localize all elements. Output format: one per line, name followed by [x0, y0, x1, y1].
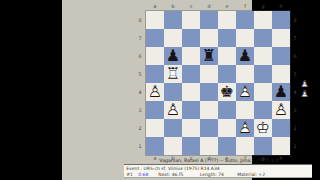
square-f3 — [236, 101, 254, 119]
square-d2 — [200, 119, 218, 137]
coordinate-label: h — [274, 3, 288, 9]
piece-glyph-outline: ♙ — [236, 83, 254, 101]
square-c3 — [182, 101, 200, 119]
white-pawn: ♟♙ — [272, 101, 290, 119]
white-king: ♚♔ — [254, 119, 272, 137]
square-a3 — [146, 101, 164, 119]
square-b6: ♟ — [164, 47, 182, 65]
square-h3: ♟♙ — [272, 101, 290, 119]
rank-labels-left: 87654321 — [136, 11, 144, 155]
square-d7 — [200, 29, 218, 47]
black-pawn: ♟ — [272, 83, 290, 101]
stats-line: #1 0.68 Next: 46.f5 Length: 74 Material:… — [124, 172, 265, 177]
square-g1 — [254, 137, 272, 155]
square-g6 — [254, 47, 272, 65]
black-pawn: ♟ — [236, 47, 254, 65]
white-pawn: ♟♙ — [164, 101, 182, 119]
piece-glyph-outline: ♖ — [164, 65, 182, 83]
coordinate-label: 7 — [292, 31, 298, 45]
white-pawn: ♟♙ — [236, 83, 254, 101]
square-d4 — [200, 83, 218, 101]
square-b1 — [164, 137, 182, 155]
coordinate-label: 8 — [292, 13, 298, 27]
piece-glyph-outline: ♙ — [272, 101, 290, 119]
square-f8 — [236, 11, 254, 29]
square-e3 — [218, 101, 236, 119]
event-line: Event : URS-ch sf, Vilnius (1975) R14 A3… — [124, 166, 265, 171]
coordinate-label: 6 — [137, 49, 143, 63]
white-rook: ♜♖ — [164, 65, 182, 83]
coordinate-label: 7 — [137, 31, 143, 45]
piece-glyph: ♚ — [218, 83, 236, 101]
piece-glyph: ♜ — [200, 47, 218, 65]
black-rook: ♜ — [200, 47, 218, 65]
coordinate-label: g — [256, 3, 270, 9]
square-e6 — [218, 47, 236, 65]
board-frame: abcdefgh 87654321 ♟♜♟♜♖♟♙♚♟♙♟♟♙♟♙♟♙♚♔ 87… — [62, 0, 252, 180]
piece-glyph: ♟ — [164, 47, 182, 65]
square-e7 — [218, 29, 236, 47]
square-b3: ♟♙ — [164, 101, 182, 119]
square-c5 — [182, 65, 200, 83]
game-info-panel: Event : URS-ch sf, Vilnius (1975) R14 A3… — [124, 164, 312, 178]
square-f5 — [236, 65, 254, 83]
coordinate-label: 5 — [292, 67, 298, 81]
square-d5 — [200, 65, 218, 83]
square-g2: ♚♔ — [254, 119, 272, 137]
square-a1 — [146, 137, 164, 155]
square-c6 — [182, 47, 200, 65]
square-a7 — [146, 29, 164, 47]
square-e1 — [218, 137, 236, 155]
stat-eval: 0.68 — [138, 172, 158, 177]
piece-glyph-outline: ♔ — [254, 119, 272, 137]
square-a5 — [146, 65, 164, 83]
square-h7 — [272, 29, 290, 47]
stat-length: Length: 74 — [200, 172, 237, 177]
chess-board: ♟♜♟♜♖♟♙♚♟♙♟♟♙♟♙♟♙♚♔ — [146, 11, 290, 155]
square-h2 — [272, 119, 290, 137]
square-b2 — [164, 119, 182, 137]
stat-material: Material: +2 — [237, 172, 265, 177]
coordinate-label: 6 — [292, 49, 298, 63]
square-f4: ♟♙ — [236, 83, 254, 101]
square-g5 — [254, 65, 272, 83]
square-f6: ♟ — [236, 47, 254, 65]
square-a8 — [146, 11, 164, 29]
coordinate-label: e — [220, 3, 234, 9]
white-pawn: ♟♙ — [146, 83, 164, 101]
coordinate-label: 1 — [292, 139, 298, 153]
coordinate-label: 4 — [292, 85, 298, 99]
file-labels-top: abcdefgh — [146, 2, 290, 10]
square-f2: ♟♙ — [236, 119, 254, 137]
square-c8 — [182, 11, 200, 29]
coordinate-label: a — [148, 3, 162, 9]
stat-next-move: Next: 46.f5 — [158, 172, 199, 177]
black-pawn: ♟ — [164, 47, 182, 65]
square-d3 — [200, 101, 218, 119]
square-h5 — [272, 65, 290, 83]
piece-glyph: ♟ — [272, 83, 290, 101]
coordinate-label: 4 — [137, 85, 143, 99]
square-b4 — [164, 83, 182, 101]
coordinate-label: d — [202, 3, 216, 9]
square-g4 — [254, 83, 272, 101]
square-c1 — [182, 137, 200, 155]
coordinate-label: 2 — [292, 121, 298, 135]
coordinate-label: 1 — [137, 139, 143, 153]
square-a4: ♟♙ — [146, 83, 164, 101]
coordinate-label: c — [184, 3, 198, 9]
coordinate-label: 2 — [137, 121, 143, 135]
square-g3 — [254, 101, 272, 119]
piece-glyph-outline: ♙ — [299, 79, 310, 89]
square-g7 — [254, 29, 272, 47]
piece-glyph-outline: ♙ — [299, 89, 310, 99]
square-d1 — [200, 137, 218, 155]
square-e5 — [218, 65, 236, 83]
coordinate-label: 3 — [292, 103, 298, 117]
square-e8 — [218, 11, 236, 29]
coordinate-label: 8 — [137, 13, 143, 27]
square-h6 — [272, 47, 290, 65]
coordinate-label: f — [238, 3, 252, 9]
piece-glyph-outline: ♙ — [146, 83, 164, 101]
coordinate-label: 3 — [137, 103, 143, 117]
black-king: ♚ — [218, 83, 236, 101]
rank-labels-right: 87654321 — [291, 11, 299, 155]
square-b5: ♜♖ — [164, 65, 182, 83]
game-title: Vaganian, Rafael A (????) -- Sutto, Jona… — [145, 157, 293, 162]
square-h4: ♟ — [272, 83, 290, 101]
square-b7 — [164, 29, 182, 47]
white-pawn: ♟♙ — [236, 119, 254, 137]
square-f1 — [236, 137, 254, 155]
square-h1 — [272, 137, 290, 155]
square-e4: ♚ — [218, 83, 236, 101]
square-f7 — [236, 29, 254, 47]
square-e2 — [218, 119, 236, 137]
material-indicator: ♟♙♟♙ — [299, 79, 310, 99]
coordinate-label: 5 — [137, 67, 143, 81]
stat-rank: #1 — [126, 172, 138, 177]
square-c4 — [182, 83, 200, 101]
piece-glyph-outline: ♙ — [164, 101, 182, 119]
piece-glyph: ♟ — [236, 47, 254, 65]
white-pawn-icon: ♟♙ — [299, 89, 310, 99]
square-c7 — [182, 29, 200, 47]
white-pawn-icon: ♟♙ — [299, 79, 310, 89]
coordinate-label: b — [166, 3, 180, 9]
square-g8 — [254, 11, 272, 29]
square-h8 — [272, 11, 290, 29]
square-c2 — [182, 119, 200, 137]
square-d8 — [200, 11, 218, 29]
piece-glyph-outline: ♙ — [236, 119, 254, 137]
square-a6 — [146, 47, 164, 65]
square-b8 — [164, 11, 182, 29]
square-d6: ♜ — [200, 47, 218, 65]
square-a2 — [146, 119, 164, 137]
